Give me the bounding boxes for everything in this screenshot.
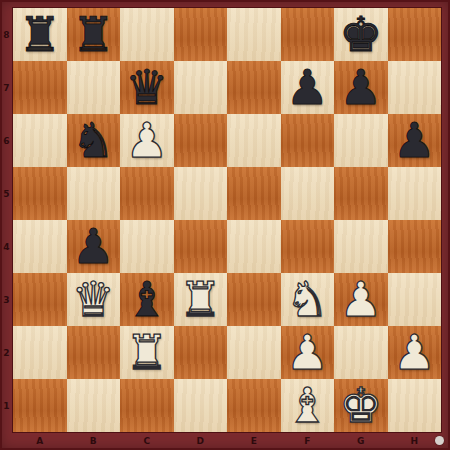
white-bishop[interactable]: ♝ <box>286 379 329 431</box>
square-g5[interactable] <box>334 167 388 220</box>
square-a4[interactable] <box>13 220 67 273</box>
black-rook[interactable]: ♜ <box>18 8 61 60</box>
black-pawn[interactable]: ♟ <box>339 61 382 113</box>
white-knight[interactable]: ♞ <box>286 273 329 325</box>
square-h6[interactable]: ♟ <box>388 114 442 167</box>
square-a5[interactable] <box>13 167 67 220</box>
square-c4[interactable] <box>120 220 174 273</box>
square-c3[interactable]: ♝ <box>120 273 174 326</box>
white-pawn[interactable]: ♟ <box>393 326 436 378</box>
rank-label-1: 1 <box>0 379 13 432</box>
file-label-f: F <box>281 432 335 450</box>
white-pawn[interactable]: ♟ <box>286 326 329 378</box>
square-d8[interactable] <box>174 8 228 61</box>
square-b1[interactable] <box>67 379 121 432</box>
square-c5[interactable] <box>120 167 174 220</box>
black-pawn[interactable]: ♟ <box>72 220 115 272</box>
square-b5[interactable] <box>67 167 121 220</box>
square-b3[interactable]: ♛ <box>67 273 121 326</box>
square-e1[interactable] <box>227 379 281 432</box>
square-e7[interactable] <box>227 61 281 114</box>
square-c2[interactable]: ♜ <box>120 326 174 379</box>
square-f5[interactable] <box>281 167 335 220</box>
square-a7[interactable] <box>13 61 67 114</box>
black-pawn[interactable]: ♟ <box>393 114 436 166</box>
square-a8[interactable]: ♜ <box>13 8 67 61</box>
white-rook[interactable]: ♜ <box>179 273 222 325</box>
square-e5[interactable] <box>227 167 281 220</box>
square-c6[interactable]: ♟ <box>120 114 174 167</box>
rank-label-2: 2 <box>0 326 13 379</box>
file-label-d: D <box>174 432 228 450</box>
square-e3[interactable] <box>227 273 281 326</box>
square-b7[interactable] <box>67 61 121 114</box>
square-e6[interactable] <box>227 114 281 167</box>
black-rook[interactable]: ♜ <box>72 8 115 60</box>
square-d1[interactable] <box>174 379 228 432</box>
black-knight[interactable]: ♞ <box>72 114 115 166</box>
square-f3[interactable]: ♞ <box>281 273 335 326</box>
square-g3[interactable]: ♟ <box>334 273 388 326</box>
square-f8[interactable] <box>281 8 335 61</box>
square-h1[interactable] <box>388 379 442 432</box>
file-label-h: H <box>388 432 442 450</box>
square-e2[interactable] <box>227 326 281 379</box>
black-king[interactable]: ♚ <box>339 8 382 60</box>
square-f2[interactable]: ♟ <box>281 326 335 379</box>
rank-label-5: 5 <box>0 167 13 220</box>
square-g4[interactable] <box>334 220 388 273</box>
square-a1[interactable] <box>13 379 67 432</box>
rank-label-4: 4 <box>0 220 13 273</box>
square-a2[interactable] <box>13 326 67 379</box>
square-d5[interactable] <box>174 167 228 220</box>
square-f4[interactable] <box>281 220 335 273</box>
square-b6[interactable]: ♞ <box>67 114 121 167</box>
white-pawn[interactable]: ♟ <box>339 273 382 325</box>
square-h2[interactable]: ♟ <box>388 326 442 379</box>
rank-label-6: 6 <box>0 114 13 167</box>
square-d2[interactable] <box>174 326 228 379</box>
chess-board-frame: ♜♜♚♛♟♟♞♟♟♟♛♝♜♞♟♜♟♟♝♚ 87654321 ABCDEFGH <box>0 0 450 450</box>
square-a3[interactable] <box>13 273 67 326</box>
file-label-c: C <box>120 432 174 450</box>
square-d6[interactable] <box>174 114 228 167</box>
file-label-g: G <box>334 432 388 450</box>
white-pawn[interactable]: ♟ <box>125 114 168 166</box>
square-c8[interactable] <box>120 8 174 61</box>
square-h4[interactable] <box>388 220 442 273</box>
square-c1[interactable] <box>120 379 174 432</box>
corner-dot-marker <box>435 436 444 445</box>
rank-label-3: 3 <box>0 273 13 326</box>
file-label-e: E <box>227 432 281 450</box>
square-f6[interactable] <box>281 114 335 167</box>
chess-board: ♜♜♚♛♟♟♞♟♟♟♛♝♜♞♟♜♟♟♝♚ <box>13 8 441 432</box>
square-b4[interactable]: ♟ <box>67 220 121 273</box>
square-g7[interactable]: ♟ <box>334 61 388 114</box>
black-pawn[interactable]: ♟ <box>286 61 329 113</box>
square-h3[interactable] <box>388 273 442 326</box>
file-label-a: A <box>13 432 67 450</box>
square-f7[interactable]: ♟ <box>281 61 335 114</box>
square-c7[interactable]: ♛ <box>120 61 174 114</box>
white-rook[interactable]: ♜ <box>125 326 168 378</box>
black-bishop[interactable]: ♝ <box>125 273 168 325</box>
square-d7[interactable] <box>174 61 228 114</box>
square-d3[interactable]: ♜ <box>174 273 228 326</box>
square-g1[interactable]: ♚ <box>334 379 388 432</box>
square-g6[interactable] <box>334 114 388 167</box>
white-king[interactable]: ♚ <box>339 379 382 431</box>
rank-label-7: 7 <box>0 61 13 114</box>
white-queen[interactable]: ♛ <box>72 273 115 325</box>
square-e8[interactable] <box>227 8 281 61</box>
square-f1[interactable]: ♝ <box>281 379 335 432</box>
black-queen[interactable]: ♛ <box>125 61 168 113</box>
square-h5[interactable] <box>388 167 442 220</box>
square-a6[interactable] <box>13 114 67 167</box>
square-d4[interactable] <box>174 220 228 273</box>
square-h8[interactable] <box>388 8 442 61</box>
square-b8[interactable]: ♜ <box>67 8 121 61</box>
square-e4[interactable] <box>227 220 281 273</box>
file-label-b: B <box>67 432 121 450</box>
square-b2[interactable] <box>67 326 121 379</box>
square-h7[interactable] <box>388 61 442 114</box>
rank-label-8: 8 <box>0 8 13 61</box>
square-g8[interactable]: ♚ <box>334 8 388 61</box>
square-g2[interactable] <box>334 326 388 379</box>
